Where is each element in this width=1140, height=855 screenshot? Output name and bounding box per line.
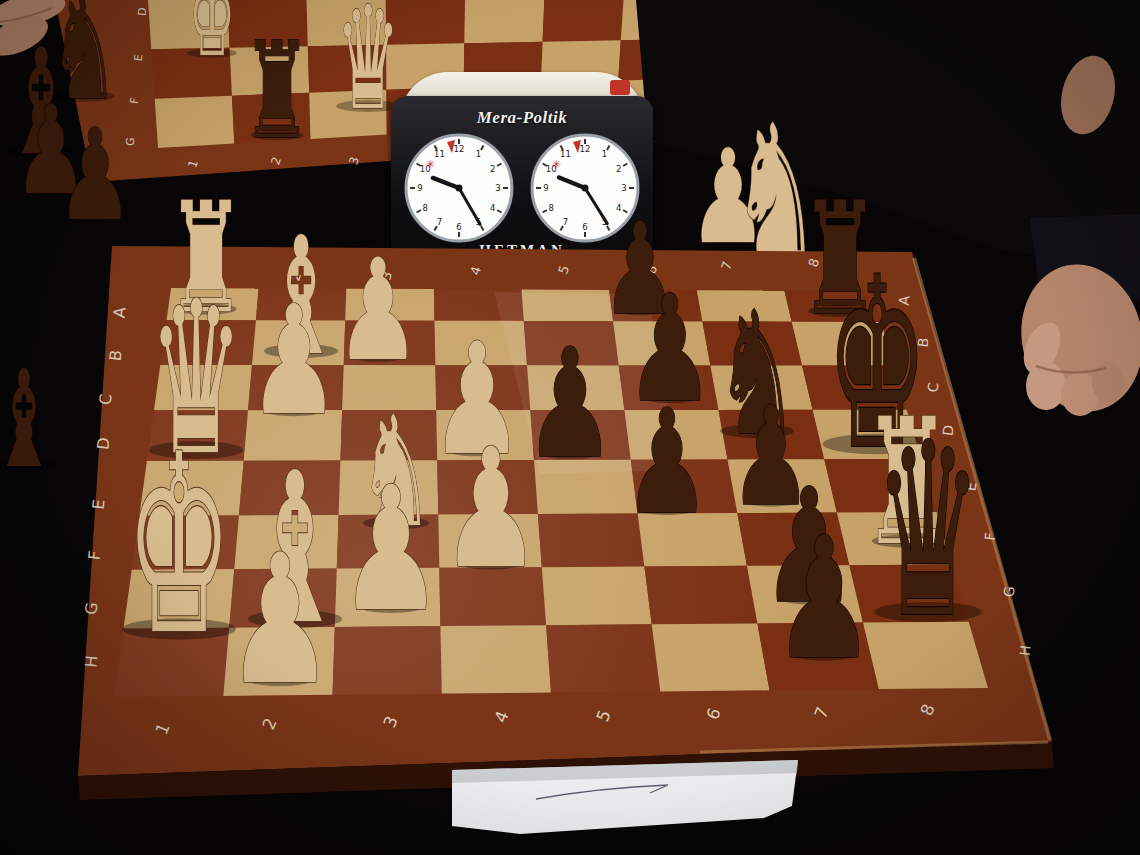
file-label-left-H: H bbox=[81, 654, 101, 668]
file-label-right-F: F bbox=[982, 532, 999, 542]
file-label-left-B: B bbox=[106, 349, 126, 362]
file-label-left-A: A bbox=[110, 306, 130, 319]
hand-right-fist bbox=[1008, 214, 1140, 423]
file-label-right-G: G bbox=[1001, 585, 1018, 597]
file-label-left-E: E bbox=[89, 498, 109, 510]
piece-white-P-b3[interactable]: ♟ bbox=[335, 229, 421, 392]
file-label-right-H: H bbox=[1017, 644, 1034, 656]
file-label-left-D: D bbox=[93, 436, 113, 450]
file-label-left-C: C bbox=[95, 393, 115, 406]
piece-white-P-c2[interactable]: ♟ bbox=[248, 273, 340, 448]
piece-white-P-h2[interactable]: ♟ bbox=[225, 516, 334, 724]
piece-white-K-g1[interactable]: ♚ bbox=[126, 402, 232, 690]
piece-white-P-g3[interactable]: ♟ bbox=[339, 450, 444, 650]
photo-scene: DEFG123♚♞♛♜♝♟♟♟♞♝ Mera-Poltik 1234567891… bbox=[0, 0, 1140, 855]
piece-white-P-f4[interactable]: ♟ bbox=[441, 413, 542, 605]
piece-black-Q-g8[interactable]: ♛ bbox=[874, 391, 982, 671]
file-label-left-G: G bbox=[81, 601, 101, 615]
piece-black-P-e6[interactable]: ♟ bbox=[623, 379, 711, 546]
score-sheet-paper[interactable] bbox=[452, 760, 798, 834]
foreground-layer: ABCDEFGHABCDEFGH1234567812345678♜♜♟♝♟♟♟♞… bbox=[0, 0, 1140, 855]
file-label-left-F: F bbox=[85, 550, 105, 561]
piece-black-P-h7[interactable]: ♟ bbox=[773, 500, 876, 696]
